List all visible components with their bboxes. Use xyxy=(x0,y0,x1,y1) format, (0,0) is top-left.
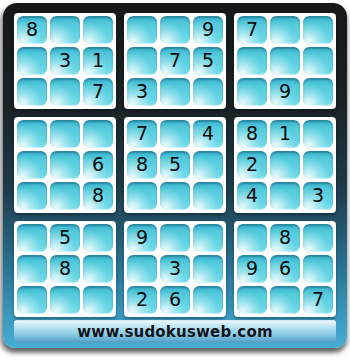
cell-r5c1[interactable] xyxy=(17,151,47,179)
cell-r5c8[interactable] xyxy=(270,151,300,179)
sudoku-board-frame: 8317975379687485812435893268967 www.sudo… xyxy=(3,3,347,348)
cell-r4c9[interactable] xyxy=(303,120,333,148)
cell-r9c1[interactable] xyxy=(17,286,47,314)
cell-r7c5[interactable] xyxy=(160,224,190,252)
cell-r6c6[interactable] xyxy=(193,182,223,210)
cell-r5c9[interactable] xyxy=(303,151,333,179)
cell-r9c5[interactable]: 6 xyxy=(160,286,190,314)
cell-r1c3[interactable] xyxy=(83,16,113,44)
cell-r9c8[interactable] xyxy=(270,286,300,314)
cell-r4c2[interactable] xyxy=(50,120,80,148)
cell-r3c6[interactable] xyxy=(193,78,223,106)
cell-r1c6[interactable]: 9 xyxy=(193,16,223,44)
footer-bar: www.sudokusweb.com xyxy=(14,320,336,343)
cell-r9c4[interactable]: 2 xyxy=(127,286,157,314)
box-1: 8317 xyxy=(14,13,116,109)
cell-r6c5[interactable] xyxy=(160,182,190,210)
cell-r8c2[interactable]: 8 xyxy=(50,255,80,283)
cell-r8c9[interactable] xyxy=(303,255,333,283)
cell-r4c6[interactable]: 4 xyxy=(193,120,223,148)
cell-r5c4[interactable]: 8 xyxy=(127,151,157,179)
cell-r1c4[interactable] xyxy=(127,16,157,44)
cell-r8c4[interactable] xyxy=(127,255,157,283)
cell-r6c3[interactable]: 8 xyxy=(83,182,113,210)
cell-r3c5[interactable] xyxy=(160,78,190,106)
cell-r3c9[interactable] xyxy=(303,78,333,106)
cell-r6c8[interactable] xyxy=(270,182,300,210)
cell-r5c5[interactable]: 5 xyxy=(160,151,190,179)
site-url[interactable]: www.sudokusweb.com xyxy=(77,323,272,341)
cell-r4c4[interactable]: 7 xyxy=(127,120,157,148)
cell-r7c1[interactable] xyxy=(17,224,47,252)
cell-r4c5[interactable] xyxy=(160,120,190,148)
cell-r7c8[interactable]: 8 xyxy=(270,224,300,252)
box-4: 68 xyxy=(14,117,116,213)
cell-r8c5[interactable]: 3 xyxy=(160,255,190,283)
cell-r4c1[interactable] xyxy=(17,120,47,148)
cell-r2c2[interactable]: 3 xyxy=(50,47,80,75)
box-3: 79 xyxy=(234,13,336,109)
cell-r2c8[interactable] xyxy=(270,47,300,75)
cell-r3c1[interactable] xyxy=(17,78,47,106)
cell-r1c9[interactable] xyxy=(303,16,333,44)
cell-r9c6[interactable] xyxy=(193,286,223,314)
box-5: 7485 xyxy=(124,117,226,213)
cell-r3c7[interactable] xyxy=(237,78,267,106)
cell-r1c1[interactable]: 8 xyxy=(17,16,47,44)
cell-r8c8[interactable]: 6 xyxy=(270,255,300,283)
cell-r6c2[interactable] xyxy=(50,182,80,210)
cell-r2c3[interactable]: 1 xyxy=(83,47,113,75)
cell-r7c4[interactable]: 9 xyxy=(127,224,157,252)
cell-r2c6[interactable]: 5 xyxy=(193,47,223,75)
cell-r7c6[interactable] xyxy=(193,224,223,252)
cell-r3c2[interactable] xyxy=(50,78,80,106)
cell-r9c2[interactable] xyxy=(50,286,80,314)
cell-r1c7[interactable]: 7 xyxy=(237,16,267,44)
cell-r5c6[interactable] xyxy=(193,151,223,179)
cell-r7c2[interactable]: 5 xyxy=(50,224,80,252)
cell-r3c4[interactable]: 3 xyxy=(127,78,157,106)
box-8: 9326 xyxy=(124,221,226,317)
cell-r3c3[interactable]: 7 xyxy=(83,78,113,106)
cell-r6c4[interactable] xyxy=(127,182,157,210)
cell-r5c7[interactable]: 2 xyxy=(237,151,267,179)
cell-r4c8[interactable]: 1 xyxy=(270,120,300,148)
box-9: 8967 xyxy=(234,221,336,317)
cell-r2c1[interactable] xyxy=(17,47,47,75)
cell-r2c4[interactable] xyxy=(127,47,157,75)
cell-r8c6[interactable] xyxy=(193,255,223,283)
cell-r3c8[interactable]: 9 xyxy=(270,78,300,106)
cell-r2c7[interactable] xyxy=(237,47,267,75)
cell-r5c2[interactable] xyxy=(50,151,80,179)
cell-r7c3[interactable] xyxy=(83,224,113,252)
cell-r5c3[interactable]: 6 xyxy=(83,151,113,179)
cell-r4c7[interactable]: 8 xyxy=(237,120,267,148)
cell-r8c1[interactable] xyxy=(17,255,47,283)
cell-r9c3[interactable] xyxy=(83,286,113,314)
cell-r4c3[interactable] xyxy=(83,120,113,148)
sudoku-grid: 8317975379687485812435893268967 xyxy=(14,13,336,317)
cell-r1c5[interactable] xyxy=(160,16,190,44)
cell-r8c7[interactable]: 9 xyxy=(237,255,267,283)
cell-r7c7[interactable] xyxy=(237,224,267,252)
cell-r6c1[interactable] xyxy=(17,182,47,210)
cell-r9c9[interactable]: 7 xyxy=(303,286,333,314)
box-6: 81243 xyxy=(234,117,336,213)
cell-r1c2[interactable] xyxy=(50,16,80,44)
box-7: 58 xyxy=(14,221,116,317)
cell-r2c5[interactable]: 7 xyxy=(160,47,190,75)
cell-r7c9[interactable] xyxy=(303,224,333,252)
box-2: 9753 xyxy=(124,13,226,109)
cell-r9c7[interactable] xyxy=(237,286,267,314)
cell-r2c9[interactable] xyxy=(303,47,333,75)
cell-r8c3[interactable] xyxy=(83,255,113,283)
cell-r1c8[interactable] xyxy=(270,16,300,44)
cell-r6c9[interactable]: 3 xyxy=(303,182,333,210)
cell-r6c7[interactable]: 4 xyxy=(237,182,267,210)
